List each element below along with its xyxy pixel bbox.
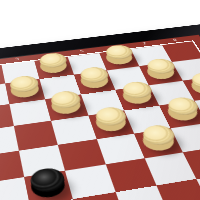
white-piece — [104, 51, 135, 68]
light-square — [9, 99, 51, 126]
white-piece — [78, 73, 110, 92]
white-piece — [144, 65, 177, 83]
photo-scene: 12345678 12345678 abcdefgh — [0, 0, 200, 200]
checkers-board: 12345678 12345678 abcdefgh — [0, 23, 200, 200]
white-piece — [9, 82, 40, 101]
white-piece — [139, 131, 177, 155]
light-square — [0, 177, 30, 200]
board-frame: 12345678 12345678 abcdefgh — [0, 23, 200, 200]
black-piece — [29, 174, 67, 200]
dark-square — [183, 147, 200, 180]
white-piece — [165, 104, 200, 125]
white-piece — [93, 114, 129, 136]
dark-square — [156, 179, 200, 200]
white-piece — [50, 97, 83, 118]
white-piece — [39, 59, 69, 76]
board-grid — [0, 40, 200, 200]
dark-square — [115, 85, 159, 110]
white-piece — [120, 88, 155, 108]
board-border-strip: 12345678 12345678 abcdefgh — [0, 35, 200, 200]
